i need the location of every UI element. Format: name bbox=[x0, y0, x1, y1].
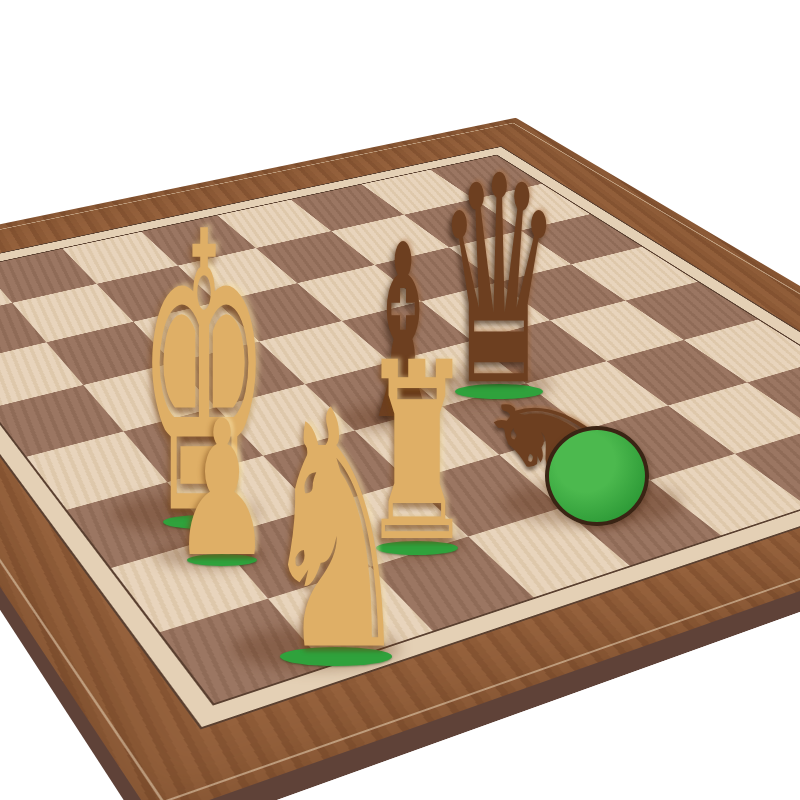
white-knight-piece: ♞ bbox=[261, 369, 412, 697]
pieces-layer: ♛♝♚♜♟♞♞ bbox=[0, 0, 800, 800]
chess-product-photo: ♛♝♚♜♟♞♞ bbox=[0, 0, 800, 800]
photo-background: ♛♝♚♜♟♞♞ bbox=[0, 0, 800, 800]
white-pawn-piece: ♟ bbox=[173, 395, 272, 582]
fallen-piece-felt-base bbox=[545, 426, 649, 526]
